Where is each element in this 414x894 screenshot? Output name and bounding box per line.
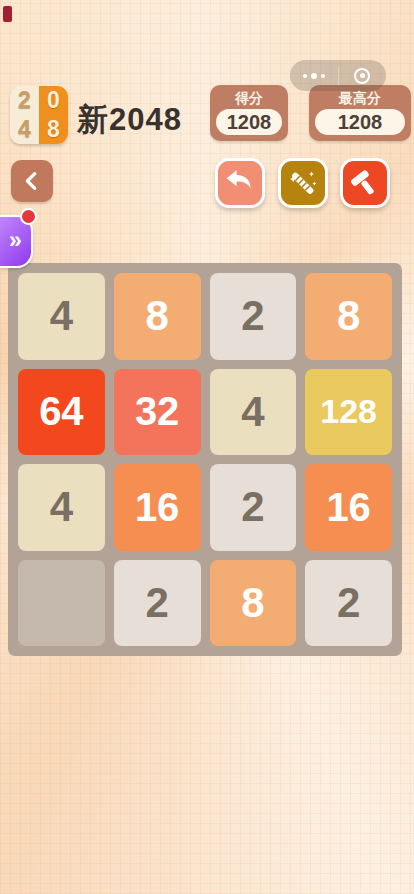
ellipsis-icon — [311, 73, 317, 79]
tile-64: 64 — [18, 369, 105, 456]
tile-8: 8 — [305, 273, 392, 360]
ellipsis-icon — [303, 74, 307, 78]
back-button[interactable] — [11, 160, 53, 202]
home-button[interactable] — [339, 60, 387, 91]
hammer-button[interactable] — [340, 158, 390, 208]
notification-badge — [20, 208, 37, 225]
miniprogram-capsule — [290, 60, 386, 91]
tile-2: 2 — [114, 560, 201, 647]
more-button[interactable] — [290, 60, 338, 91]
score-label: 得分 — [235, 91, 263, 106]
ellipsis-icon — [321, 74, 325, 78]
page-title: 新2048 — [77, 99, 182, 141]
score-value: 1208 — [216, 109, 282, 135]
tile-32: 32 — [114, 369, 201, 456]
score-box: 得分 1208 — [210, 85, 288, 141]
record-indicator — [3, 6, 12, 22]
tile-2: 2 — [210, 273, 297, 360]
wand-button[interactable] — [278, 158, 328, 208]
tile-2: 2 — [305, 560, 392, 647]
tile-16: 16 — [114, 464, 201, 551]
logo-digit: 2 — [10, 86, 39, 115]
double-chevron-right-icon: » — [9, 229, 22, 252]
best-score-box: 最高分 1208 — [309, 85, 411, 141]
logo-digit: 8 — [39, 115, 68, 144]
app-logo: 2048 — [10, 86, 68, 144]
logo-digit: 4 — [10, 115, 39, 144]
magic-wand-icon — [286, 166, 320, 200]
gavel-icon — [349, 167, 381, 199]
logo-digit: 0 — [39, 86, 68, 115]
board-grid[interactable]: 482864324128416216282 — [8, 263, 402, 656]
tile-8: 8 — [114, 273, 201, 360]
best-score-label: 最高分 — [339, 91, 381, 106]
undo-button[interactable] — [215, 158, 265, 208]
tile-4: 4 — [210, 369, 297, 456]
tile-16: 16 — [305, 464, 392, 551]
tile-128: 128 — [305, 369, 392, 456]
tile-4: 4 — [18, 273, 105, 360]
target-circle-icon — [354, 68, 370, 84]
tile-4: 4 — [18, 464, 105, 551]
empty-cell — [18, 560, 105, 647]
screen: 2048 新2048 得分 1208 最高分 1208 — [0, 0, 414, 894]
chevron-left-icon — [21, 170, 43, 192]
best-score-value: 1208 — [315, 109, 405, 135]
undo-arrow-icon — [224, 167, 256, 199]
tile-8: 8 — [210, 560, 297, 647]
tile-2: 2 — [210, 464, 297, 551]
